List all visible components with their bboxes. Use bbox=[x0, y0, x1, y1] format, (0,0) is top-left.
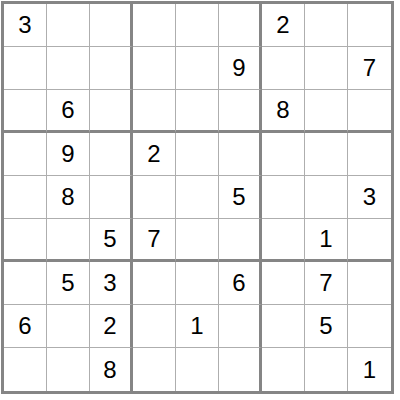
cell-r9c3-given[interactable]: 8 bbox=[90, 348, 133, 391]
cell-r8c8-given[interactable]: 5 bbox=[305, 305, 348, 348]
cell-r9c9-given[interactable]: 1 bbox=[348, 348, 391, 391]
cell-r3c8-empty[interactable] bbox=[305, 90, 348, 133]
cell-r7c5-empty[interactable] bbox=[176, 262, 219, 305]
cell-r9c2-empty[interactable] bbox=[47, 348, 90, 391]
cell-r1c8-empty[interactable] bbox=[305, 4, 348, 47]
sudoku-board: 329768928535715367621581 bbox=[1, 1, 394, 394]
cell-r6c9-empty[interactable] bbox=[348, 219, 391, 262]
cell-r8c4-empty[interactable] bbox=[133, 305, 176, 348]
cell-r3c4-empty[interactable] bbox=[133, 90, 176, 133]
cell-r8c9-empty[interactable] bbox=[348, 305, 391, 348]
cell-r4c6-empty[interactable] bbox=[219, 133, 262, 176]
cell-r2c8-empty[interactable] bbox=[305, 47, 348, 90]
cell-r2c2-empty[interactable] bbox=[47, 47, 90, 90]
cell-r1c7-given[interactable]: 2 bbox=[262, 4, 305, 47]
cell-r4c5-empty[interactable] bbox=[176, 133, 219, 176]
cell-r2c6-given[interactable]: 9 bbox=[219, 47, 262, 90]
cell-r7c8-given[interactable]: 7 bbox=[305, 262, 348, 305]
cell-r7c4-empty[interactable] bbox=[133, 262, 176, 305]
cell-r1c1-given[interactable]: 3 bbox=[4, 4, 47, 47]
cell-r3c3-empty[interactable] bbox=[90, 90, 133, 133]
cell-r2c9-given[interactable]: 7 bbox=[348, 47, 391, 90]
cell-r9c6-empty[interactable] bbox=[219, 348, 262, 391]
cell-r5c5-empty[interactable] bbox=[176, 176, 219, 219]
cell-r6c1-empty[interactable] bbox=[4, 219, 47, 262]
cell-r4c3-empty[interactable] bbox=[90, 133, 133, 176]
cell-r4c7-empty[interactable] bbox=[262, 133, 305, 176]
cell-r7c3-given[interactable]: 3 bbox=[90, 262, 133, 305]
cell-r6c4-given[interactable]: 7 bbox=[133, 219, 176, 262]
cell-r5c7-empty[interactable] bbox=[262, 176, 305, 219]
cell-r8c2-empty[interactable] bbox=[47, 305, 90, 348]
cell-r2c1-empty[interactable] bbox=[4, 47, 47, 90]
cell-r9c5-empty[interactable] bbox=[176, 348, 219, 391]
cell-r9c1-empty[interactable] bbox=[4, 348, 47, 391]
cell-r2c3-empty[interactable] bbox=[90, 47, 133, 90]
cell-r3c1-empty[interactable] bbox=[4, 90, 47, 133]
cell-r7c6-given[interactable]: 6 bbox=[219, 262, 262, 305]
cell-r5c4-empty[interactable] bbox=[133, 176, 176, 219]
cell-r3c6-empty[interactable] bbox=[219, 90, 262, 133]
cell-r5c9-given[interactable]: 3 bbox=[348, 176, 391, 219]
cell-r6c5-empty[interactable] bbox=[176, 219, 219, 262]
cell-r8c5-given[interactable]: 1 bbox=[176, 305, 219, 348]
cell-r8c3-given[interactable]: 2 bbox=[90, 305, 133, 348]
cell-r1c4-empty[interactable] bbox=[133, 4, 176, 47]
cell-r4c8-empty[interactable] bbox=[305, 133, 348, 176]
cell-r9c7-empty[interactable] bbox=[262, 348, 305, 391]
cell-r4c1-empty[interactable] bbox=[4, 133, 47, 176]
cell-r5c1-empty[interactable] bbox=[4, 176, 47, 219]
cell-r9c8-empty[interactable] bbox=[305, 348, 348, 391]
cell-r6c8-given[interactable]: 1 bbox=[305, 219, 348, 262]
cell-r7c7-empty[interactable] bbox=[262, 262, 305, 305]
cell-r8c6-empty[interactable] bbox=[219, 305, 262, 348]
cell-r3c5-empty[interactable] bbox=[176, 90, 219, 133]
cell-r6c2-empty[interactable] bbox=[47, 219, 90, 262]
cell-r3c7-given[interactable]: 8 bbox=[262, 90, 305, 133]
cell-r1c9-empty[interactable] bbox=[348, 4, 391, 47]
cell-r5c6-given[interactable]: 5 bbox=[219, 176, 262, 219]
cell-r8c1-given[interactable]: 6 bbox=[4, 305, 47, 348]
cell-r5c3-empty[interactable] bbox=[90, 176, 133, 219]
cell-r5c2-given[interactable]: 8 bbox=[47, 176, 90, 219]
cell-r6c6-empty[interactable] bbox=[219, 219, 262, 262]
cell-r1c6-empty[interactable] bbox=[219, 4, 262, 47]
cell-r6c3-given[interactable]: 5 bbox=[90, 219, 133, 262]
cell-r2c4-empty[interactable] bbox=[133, 47, 176, 90]
cell-r5c8-empty[interactable] bbox=[305, 176, 348, 219]
cell-r4c4-given[interactable]: 2 bbox=[133, 133, 176, 176]
cell-r2c5-empty[interactable] bbox=[176, 47, 219, 90]
cell-r7c2-given[interactable]: 5 bbox=[47, 262, 90, 305]
cell-r7c9-empty[interactable] bbox=[348, 262, 391, 305]
cell-r3c2-given[interactable]: 6 bbox=[47, 90, 90, 133]
cell-r9c4-empty[interactable] bbox=[133, 348, 176, 391]
cell-r1c2-empty[interactable] bbox=[47, 4, 90, 47]
cell-r8c7-empty[interactable] bbox=[262, 305, 305, 348]
cell-r2c7-empty[interactable] bbox=[262, 47, 305, 90]
cell-r4c2-given[interactable]: 9 bbox=[47, 133, 90, 176]
cell-r1c5-empty[interactable] bbox=[176, 4, 219, 47]
cell-r6c7-empty[interactable] bbox=[262, 219, 305, 262]
cell-r1c3-empty[interactable] bbox=[90, 4, 133, 47]
cell-r3c9-empty[interactable] bbox=[348, 90, 391, 133]
cell-r7c1-empty[interactable] bbox=[4, 262, 47, 305]
cell-r4c9-empty[interactable] bbox=[348, 133, 391, 176]
